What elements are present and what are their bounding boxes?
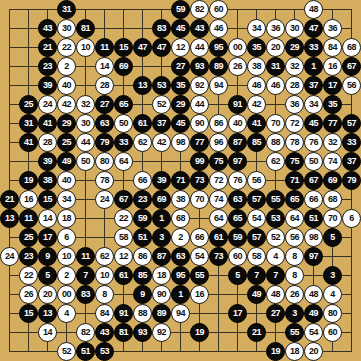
point-c16[interactable]: 23 <box>38 57 57 76</box>
point-s1[interactable] <box>342 342 361 361</box>
point-n17[interactable]: 35 <box>247 38 266 57</box>
point-b9[interactable]: 16 <box>19 190 38 209</box>
point-n12[interactable]: 85 <box>247 133 266 152</box>
point-e9[interactable] <box>76 190 95 209</box>
point-h17[interactable]: 47 <box>133 38 152 57</box>
point-l7[interactable]: 61 <box>209 228 228 247</box>
point-e17[interactable]: 10 <box>76 38 95 57</box>
point-e1[interactable]: 51 <box>76 342 95 361</box>
point-i19[interactable] <box>152 0 171 19</box>
point-e6[interactable]: 11 <box>76 247 95 266</box>
point-j14[interactable]: 29 <box>171 95 190 114</box>
point-o7[interactable]: 52 <box>266 228 285 247</box>
point-i16[interactable] <box>152 57 171 76</box>
point-h9[interactable]: 23 <box>133 190 152 209</box>
point-s10[interactable]: 79 <box>342 171 361 190</box>
point-k8[interactable] <box>190 209 209 228</box>
point-j15[interactable]: 35 <box>171 76 190 95</box>
point-s4[interactable] <box>342 285 361 304</box>
point-i6[interactable]: 87 <box>152 247 171 266</box>
point-q5[interactable] <box>304 266 323 285</box>
point-l9[interactable]: 74 <box>209 190 228 209</box>
point-g4[interactable] <box>114 285 133 304</box>
point-r1[interactable] <box>323 342 342 361</box>
point-d16[interactable]: 2 <box>57 57 76 76</box>
point-p18[interactable]: 30 <box>285 19 304 38</box>
point-j17[interactable]: 12 <box>171 38 190 57</box>
point-d12[interactable]: 25 <box>57 133 76 152</box>
point-f4[interactable]: 8 <box>95 285 114 304</box>
point-g12[interactable]: 33 <box>114 133 133 152</box>
point-c19[interactable] <box>38 0 57 19</box>
point-b7[interactable]: 25 <box>19 228 38 247</box>
point-n16[interactable]: 38 <box>247 57 266 76</box>
point-n2[interactable]: 21 <box>247 323 266 342</box>
point-l15[interactable]: 94 <box>209 76 228 95</box>
point-a4[interactable] <box>0 285 19 304</box>
point-j8[interactable]: 68 <box>171 209 190 228</box>
point-f12[interactable]: 79 <box>95 133 114 152</box>
point-c14[interactable]: 24 <box>38 95 57 114</box>
point-j16[interactable]: 27 <box>171 57 190 76</box>
point-q17[interactable]: 33 <box>304 38 323 57</box>
point-k9[interactable]: 70 <box>190 190 209 209</box>
point-s15[interactable]: 56 <box>342 76 361 95</box>
point-i2[interactable]: 92 <box>152 323 171 342</box>
point-b17[interactable] <box>19 38 38 57</box>
point-a18[interactable] <box>0 19 19 38</box>
point-e15[interactable] <box>76 76 95 95</box>
point-l2[interactable] <box>209 323 228 342</box>
point-l17[interactable]: 95 <box>209 38 228 57</box>
point-s18[interactable] <box>342 19 361 38</box>
point-o8[interactable]: 53 <box>266 209 285 228</box>
point-e8[interactable] <box>76 209 95 228</box>
point-h18[interactable] <box>133 19 152 38</box>
point-r5[interactable]: 3 <box>323 266 342 285</box>
point-n4[interactable]: 49 <box>247 285 266 304</box>
point-f17[interactable]: 11 <box>95 38 114 57</box>
point-l4[interactable] <box>209 285 228 304</box>
point-e7[interactable] <box>76 228 95 247</box>
point-d18[interactable]: 30 <box>57 19 76 38</box>
point-b18[interactable] <box>19 19 38 38</box>
point-o6[interactable]: 4 <box>266 247 285 266</box>
point-n13[interactable]: 41 <box>247 114 266 133</box>
point-l10[interactable]: 72 <box>209 171 228 190</box>
point-n10[interactable]: 56 <box>247 171 266 190</box>
point-p19[interactable] <box>285 0 304 19</box>
point-f7[interactable] <box>95 228 114 247</box>
point-d14[interactable]: 42 <box>57 95 76 114</box>
point-o17[interactable]: 20 <box>266 38 285 57</box>
point-m18[interactable] <box>228 19 247 38</box>
point-i7[interactable]: 3 <box>152 228 171 247</box>
point-n15[interactable]: 46 <box>247 76 266 95</box>
point-j10[interactable]: 71 <box>171 171 190 190</box>
point-b10[interactable]: 19 <box>19 171 38 190</box>
point-e13[interactable]: 30 <box>76 114 95 133</box>
point-b14[interactable]: 25 <box>19 95 38 114</box>
point-h1[interactable] <box>133 342 152 361</box>
point-l12[interactable]: 96 <box>209 133 228 152</box>
point-i3[interactable]: 89 <box>152 304 171 323</box>
point-l6[interactable]: 73 <box>209 247 228 266</box>
point-n14[interactable]: 42 <box>247 95 266 114</box>
point-q1[interactable]: 20 <box>304 342 323 361</box>
point-k14[interactable]: 44 <box>190 95 209 114</box>
point-q4[interactable]: 48 <box>304 285 323 304</box>
point-k12[interactable]: 77 <box>190 133 209 152</box>
point-d10[interactable]: 40 <box>57 171 76 190</box>
point-e2[interactable]: 82 <box>76 323 95 342</box>
point-c3[interactable]: 13 <box>38 304 57 323</box>
point-g15[interactable] <box>114 76 133 95</box>
point-g10[interactable] <box>114 171 133 190</box>
point-s14[interactable] <box>342 95 361 114</box>
point-s7[interactable] <box>342 228 361 247</box>
point-i5[interactable]: 18 <box>152 266 171 285</box>
point-l14[interactable] <box>209 95 228 114</box>
point-l1[interactable] <box>209 342 228 361</box>
point-j13[interactable]: 45 <box>171 114 190 133</box>
point-f18[interactable] <box>95 19 114 38</box>
point-q13[interactable]: 45 <box>304 114 323 133</box>
point-f5[interactable]: 10 <box>95 266 114 285</box>
point-p5[interactable]: 8 <box>285 266 304 285</box>
point-r19[interactable] <box>323 0 342 19</box>
point-i8[interactable]: 1 <box>152 209 171 228</box>
point-c4[interactable]: 20 <box>38 285 57 304</box>
point-d9[interactable]: 34 <box>57 190 76 209</box>
point-l11[interactable]: 75 <box>209 152 228 171</box>
point-q2[interactable]: 54 <box>304 323 323 342</box>
point-c1[interactable] <box>38 342 57 361</box>
point-c5[interactable]: 5 <box>38 266 57 285</box>
point-b4[interactable]: 26 <box>19 285 38 304</box>
point-c12[interactable]: 28 <box>38 133 57 152</box>
point-c8[interactable]: 14 <box>38 209 57 228</box>
point-r16[interactable]: 16 <box>323 57 342 76</box>
point-q14[interactable]: 34 <box>304 95 323 114</box>
point-r8[interactable]: 70 <box>323 209 342 228</box>
point-f3[interactable]: 84 <box>95 304 114 323</box>
point-l3[interactable] <box>209 304 228 323</box>
point-s6[interactable] <box>342 247 361 266</box>
point-k18[interactable]: 43 <box>190 19 209 38</box>
point-d2[interactable] <box>57 323 76 342</box>
point-p6[interactable]: 8 <box>285 247 304 266</box>
point-k17[interactable]: 44 <box>190 38 209 57</box>
point-s19[interactable] <box>342 0 361 19</box>
point-s17[interactable]: 68 <box>342 38 361 57</box>
point-h16[interactable] <box>133 57 152 76</box>
point-h8[interactable]: 59 <box>133 209 152 228</box>
point-q8[interactable]: 51 <box>304 209 323 228</box>
point-s5[interactable] <box>342 266 361 285</box>
point-a19[interactable] <box>0 0 19 19</box>
point-k1[interactable] <box>190 342 209 361</box>
point-a5[interactable] <box>0 266 19 285</box>
point-n19[interactable] <box>247 0 266 19</box>
point-m9[interactable]: 63 <box>228 190 247 209</box>
point-o5[interactable]: 7 <box>266 266 285 285</box>
point-m19[interactable] <box>228 0 247 19</box>
point-q16[interactable]: 1 <box>304 57 323 76</box>
point-h5[interactable]: 85 <box>133 266 152 285</box>
point-f9[interactable]: 24 <box>95 190 114 209</box>
point-m17[interactable]: 00 <box>228 38 247 57</box>
point-b11[interactable] <box>19 152 38 171</box>
point-k11[interactable]: 99 <box>190 152 209 171</box>
point-d3[interactable]: 4 <box>57 304 76 323</box>
point-h6[interactable]: 86 <box>133 247 152 266</box>
point-a9[interactable]: 21 <box>0 190 19 209</box>
point-s3[interactable] <box>342 304 361 323</box>
point-b3[interactable]: 15 <box>19 304 38 323</box>
point-g2[interactable]: 81 <box>114 323 133 342</box>
point-r17[interactable]: 84 <box>323 38 342 57</box>
point-k5[interactable]: 55 <box>190 266 209 285</box>
point-s11[interactable]: 37 <box>342 152 361 171</box>
point-r11[interactable]: 74 <box>323 152 342 171</box>
point-f10[interactable]: 78 <box>95 171 114 190</box>
point-b12[interactable]: 41 <box>19 133 38 152</box>
point-k19[interactable]: 82 <box>190 0 209 19</box>
point-o14[interactable] <box>266 95 285 114</box>
point-m2[interactable] <box>228 323 247 342</box>
point-a11[interactable] <box>0 152 19 171</box>
point-s8[interactable]: 6 <box>342 209 361 228</box>
point-a3[interactable] <box>0 304 19 323</box>
point-m11[interactable]: 97 <box>228 152 247 171</box>
point-i17[interactable]: 47 <box>152 38 171 57</box>
point-k4[interactable]: 16 <box>190 285 209 304</box>
point-e10[interactable] <box>76 171 95 190</box>
point-b2[interactable] <box>19 323 38 342</box>
point-c17[interactable]: 21 <box>38 38 57 57</box>
point-o1[interactable]: 19 <box>266 342 285 361</box>
point-g19[interactable] <box>114 0 133 19</box>
point-e4[interactable]: 83 <box>76 285 95 304</box>
point-p9[interactable]: 65 <box>285 190 304 209</box>
point-d5[interactable]: 2 <box>57 266 76 285</box>
point-i9[interactable]: 69 <box>152 190 171 209</box>
point-r10[interactable]: 69 <box>323 171 342 190</box>
point-i12[interactable]: 42 <box>152 133 171 152</box>
point-c18[interactable]: 43 <box>38 19 57 38</box>
point-g3[interactable]: 91 <box>114 304 133 323</box>
point-b15[interactable] <box>19 76 38 95</box>
point-e12[interactable]: 44 <box>76 133 95 152</box>
point-j19[interactable]: 59 <box>171 0 190 19</box>
point-f1[interactable]: 53 <box>95 342 114 361</box>
point-m3[interactable]: 17 <box>228 304 247 323</box>
point-i10[interactable]: 39 <box>152 171 171 190</box>
point-m4[interactable] <box>228 285 247 304</box>
point-l16[interactable]: 89 <box>209 57 228 76</box>
point-h7[interactable]: 51 <box>133 228 152 247</box>
point-e3[interactable] <box>76 304 95 323</box>
point-d6[interactable]: 10 <box>57 247 76 266</box>
point-g16[interactable]: 69 <box>114 57 133 76</box>
point-j18[interactable]: 45 <box>171 19 190 38</box>
point-g14[interactable]: 65 <box>114 95 133 114</box>
point-m16[interactable]: 26 <box>228 57 247 76</box>
point-r12[interactable]: 32 <box>323 133 342 152</box>
point-l13[interactable]: 86 <box>209 114 228 133</box>
point-p7[interactable]: 56 <box>285 228 304 247</box>
point-r6[interactable] <box>323 247 342 266</box>
point-q18[interactable]: 47 <box>304 19 323 38</box>
point-p4[interactable]: 26 <box>285 285 304 304</box>
point-e11[interactable]: 50 <box>76 152 95 171</box>
point-r14[interactable]: 35 <box>323 95 342 114</box>
point-d4[interactable]: 00 <box>57 285 76 304</box>
point-h15[interactable]: 13 <box>133 76 152 95</box>
point-o18[interactable]: 36 <box>266 19 285 38</box>
point-p13[interactable]: 72 <box>285 114 304 133</box>
point-m5[interactable]: 5 <box>228 266 247 285</box>
point-k6[interactable]: 54 <box>190 247 209 266</box>
point-g6[interactable]: 12 <box>114 247 133 266</box>
point-g9[interactable]: 67 <box>114 190 133 209</box>
point-n7[interactable]: 57 <box>247 228 266 247</box>
point-a1[interactable] <box>0 342 19 361</box>
point-r2[interactable]: 60 <box>323 323 342 342</box>
point-q19[interactable]: 48 <box>304 0 323 19</box>
point-a6[interactable]: 24 <box>0 247 19 266</box>
point-m6[interactable]: 60 <box>228 247 247 266</box>
point-n5[interactable]: 7 <box>247 266 266 285</box>
point-r9[interactable]: 68 <box>323 190 342 209</box>
point-s12[interactable]: 33 <box>342 133 361 152</box>
point-a12[interactable] <box>0 133 19 152</box>
point-g8[interactable]: 22 <box>114 209 133 228</box>
point-l18[interactable]: 46 <box>209 19 228 38</box>
point-o2[interactable] <box>266 323 285 342</box>
point-i13[interactable]: 37 <box>152 114 171 133</box>
point-d8[interactable]: 18 <box>57 209 76 228</box>
point-h13[interactable]: 61 <box>133 114 152 133</box>
point-f8[interactable] <box>95 209 114 228</box>
point-k10[interactable]: 73 <box>190 171 209 190</box>
point-i4[interactable]: 90 <box>152 285 171 304</box>
point-p8[interactable]: 64 <box>285 209 304 228</box>
point-i11[interactable] <box>152 152 171 171</box>
point-i1[interactable] <box>152 342 171 361</box>
point-a7[interactable] <box>0 228 19 247</box>
point-p14[interactable]: 36 <box>285 95 304 114</box>
point-p10[interactable]: 71 <box>285 171 304 190</box>
point-j9[interactable]: 38 <box>171 190 190 209</box>
point-m13[interactable]: 40 <box>228 114 247 133</box>
point-c10[interactable]: 38 <box>38 171 57 190</box>
point-d19[interactable]: 31 <box>57 0 76 19</box>
point-o3[interactable]: 27 <box>266 304 285 323</box>
point-d15[interactable]: 40 <box>57 76 76 95</box>
point-i18[interactable]: 83 <box>152 19 171 38</box>
point-o9[interactable]: 55 <box>266 190 285 209</box>
point-q6[interactable]: 97 <box>304 247 323 266</box>
point-f6[interactable]: 62 <box>95 247 114 266</box>
point-b1[interactable] <box>19 342 38 361</box>
point-n11[interactable] <box>247 152 266 171</box>
point-h11[interactable] <box>133 152 152 171</box>
point-f13[interactable]: 63 <box>95 114 114 133</box>
point-g18[interactable] <box>114 19 133 38</box>
point-o19[interactable] <box>266 0 285 19</box>
point-p16[interactable]: 32 <box>285 57 304 76</box>
point-j5[interactable]: 95 <box>171 266 190 285</box>
point-a8[interactable]: 13 <box>0 209 19 228</box>
point-d13[interactable]: 29 <box>57 114 76 133</box>
point-q10[interactable]: 67 <box>304 171 323 190</box>
point-f19[interactable] <box>95 0 114 19</box>
point-m15[interactable] <box>228 76 247 95</box>
point-g1[interactable] <box>114 342 133 361</box>
point-c11[interactable]: 39 <box>38 152 57 171</box>
point-c9[interactable]: 15 <box>38 190 57 209</box>
point-f16[interactable]: 14 <box>95 57 114 76</box>
point-d11[interactable]: 49 <box>57 152 76 171</box>
point-h19[interactable] <box>133 0 152 19</box>
point-p1[interactable]: 18 <box>285 342 304 361</box>
point-r4[interactable]: 4 <box>323 285 342 304</box>
point-k3[interactable] <box>190 304 209 323</box>
point-m1[interactable] <box>228 342 247 361</box>
point-a15[interactable] <box>0 76 19 95</box>
point-q15[interactable]: 37 <box>304 76 323 95</box>
point-s9[interactable] <box>342 190 361 209</box>
point-b8[interactable]: 11 <box>19 209 38 228</box>
point-g13[interactable]: 50 <box>114 114 133 133</box>
point-r13[interactable]: 77 <box>323 114 342 133</box>
point-d7[interactable]: 6 <box>57 228 76 247</box>
point-o13[interactable]: 70 <box>266 114 285 133</box>
point-m14[interactable]: 91 <box>228 95 247 114</box>
point-o4[interactable]: 48 <box>266 285 285 304</box>
point-c2[interactable]: 14 <box>38 323 57 342</box>
point-k15[interactable]: 92 <box>190 76 209 95</box>
point-d1[interactable]: 52 <box>57 342 76 361</box>
point-e18[interactable]: 81 <box>76 19 95 38</box>
point-g7[interactable]: 58 <box>114 228 133 247</box>
point-n1[interactable] <box>247 342 266 361</box>
point-l5[interactable] <box>209 266 228 285</box>
point-e14[interactable]: 32 <box>76 95 95 114</box>
point-o12[interactable]: 88 <box>266 133 285 152</box>
point-s13[interactable]: 57 <box>342 114 361 133</box>
point-h4[interactable]: 9 <box>133 285 152 304</box>
point-c15[interactable]: 39 <box>38 76 57 95</box>
point-h12[interactable]: 62 <box>133 133 152 152</box>
point-c7[interactable]: 17 <box>38 228 57 247</box>
point-s2[interactable] <box>342 323 361 342</box>
point-j2[interactable] <box>171 323 190 342</box>
point-n6[interactable]: 58 <box>247 247 266 266</box>
point-n18[interactable]: 34 <box>247 19 266 38</box>
point-n3[interactable] <box>247 304 266 323</box>
point-q12[interactable]: 76 <box>304 133 323 152</box>
point-p15[interactable]: 28 <box>285 76 304 95</box>
point-h2[interactable]: 93 <box>133 323 152 342</box>
point-b6[interactable]: 23 <box>19 247 38 266</box>
point-m10[interactable]: 76 <box>228 171 247 190</box>
point-g11[interactable]: 64 <box>114 152 133 171</box>
point-j12[interactable]: 98 <box>171 133 190 152</box>
point-f14[interactable]: 27 <box>95 95 114 114</box>
